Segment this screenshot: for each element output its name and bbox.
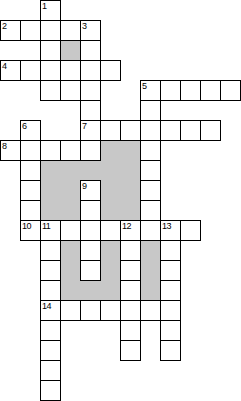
cell-r11c9[interactable] <box>180 220 201 241</box>
clue-number: 14 <box>42 301 51 311</box>
cell-r1c0[interactable]: 2 <box>0 20 21 41</box>
cell-r15c8[interactable] <box>160 300 181 321</box>
cell-r6c8[interactable] <box>160 120 181 141</box>
cell-r4c2[interactable] <box>40 80 61 101</box>
clue-number: 9 <box>82 181 87 191</box>
cell-r14c8[interactable] <box>160 280 181 301</box>
cell-r11c8[interactable]: 13 <box>160 220 181 241</box>
cell-r12c2[interactable] <box>40 240 61 261</box>
clue-number: 6 <box>22 121 27 131</box>
blocked-cell-r8c4 <box>80 160 101 181</box>
blocked-cell-r14c7 <box>140 280 161 301</box>
cell-r3c0[interactable]: 4 <box>0 60 21 81</box>
cell-r11c2[interactable]: 11 <box>40 220 61 241</box>
cell-r3c4[interactable] <box>80 60 101 81</box>
cell-r6c4[interactable]: 7 <box>80 120 101 141</box>
blocked-cell-r13c5 <box>100 260 121 281</box>
cell-r13c8[interactable] <box>160 260 181 281</box>
blocked-cell-r10c6 <box>120 200 141 221</box>
cell-r4c3[interactable] <box>60 80 81 101</box>
clue-number: 10 <box>22 221 31 231</box>
cell-r3c3[interactable] <box>60 60 81 81</box>
cell-r2c4[interactable] <box>80 40 101 61</box>
cell-r9c1[interactable] <box>20 180 41 201</box>
cell-r3c1[interactable] <box>20 60 41 81</box>
blocked-cell-r12c7 <box>140 240 161 261</box>
cell-r11c4[interactable] <box>80 220 101 241</box>
clue-number: 7 <box>82 121 87 131</box>
cell-r10c7[interactable] <box>140 200 161 221</box>
blocked-cell-r8c2 <box>40 160 61 181</box>
clue-number: 8 <box>2 141 7 151</box>
cell-r18c2[interactable] <box>40 360 61 381</box>
cell-r16c6[interactable] <box>120 320 141 341</box>
cell-r4c11[interactable] <box>220 80 241 101</box>
cell-r7c2[interactable] <box>40 140 61 161</box>
blocked-cell-r13c7 <box>140 260 161 281</box>
cell-r15c4[interactable] <box>80 300 101 321</box>
cell-r6c6[interactable] <box>120 120 141 141</box>
blocked-cell-r9c2 <box>40 180 61 201</box>
cell-r6c7[interactable] <box>140 120 161 141</box>
cell-r15c3[interactable] <box>60 300 81 321</box>
cell-r1c3[interactable] <box>60 20 81 41</box>
cell-r12c4[interactable] <box>80 240 101 261</box>
blocked-cell-r8c6 <box>120 160 141 181</box>
blocked-cell-r2c3 <box>60 40 81 61</box>
cell-r14c6[interactable] <box>120 280 141 301</box>
cell-r4c4[interactable] <box>80 80 101 101</box>
cell-r1c1[interactable] <box>20 20 41 41</box>
cell-r7c0[interactable]: 8 <box>0 140 21 161</box>
cell-r11c3[interactable] <box>60 220 81 241</box>
cell-r17c2[interactable] <box>40 340 61 361</box>
clue-number: 13 <box>162 221 171 231</box>
cell-r19c2[interactable] <box>40 380 61 401</box>
cell-r12c6[interactable] <box>120 240 141 261</box>
clue-number: 4 <box>2 61 7 71</box>
cell-r7c1[interactable] <box>20 140 41 161</box>
cell-r7c4[interactable] <box>80 140 101 161</box>
cell-r1c2[interactable] <box>40 20 61 41</box>
blocked-cell-r9c6 <box>120 180 141 201</box>
cell-r2c2[interactable] <box>40 40 61 61</box>
blocked-cell-r9c5 <box>100 180 121 201</box>
crossword-board: 1234567891011121314 <box>0 0 241 401</box>
clue-number: 1 <box>42 1 47 11</box>
cell-r14c2[interactable] <box>40 280 61 301</box>
cell-r4c8[interactable] <box>160 80 181 101</box>
cell-r10c1[interactable] <box>20 200 41 221</box>
blocked-cell-r14c3 <box>60 280 81 301</box>
cell-r6c9[interactable] <box>180 120 201 141</box>
clue-number: 3 <box>82 21 87 31</box>
cell-r15c2[interactable]: 14 <box>40 300 61 321</box>
cell-r6c10[interactable] <box>200 120 221 141</box>
blocked-cell-r7c6 <box>120 140 141 161</box>
cell-r11c6[interactable]: 12 <box>120 220 141 241</box>
cell-r6c5[interactable] <box>100 120 121 141</box>
blocked-cell-r14c4 <box>80 280 101 301</box>
blocked-cell-r9c3 <box>60 180 81 201</box>
cell-r5c4[interactable] <box>80 100 101 121</box>
blocked-cell-r13c3 <box>60 260 81 281</box>
clue-number: 5 <box>142 81 147 91</box>
cell-r3c5[interactable] <box>100 60 121 81</box>
cell-r12c8[interactable] <box>160 240 181 261</box>
blocked-cell-r10c3 <box>60 200 81 221</box>
blocked-cell-r12c3 <box>60 240 81 261</box>
cell-r8c1[interactable] <box>20 160 41 181</box>
cell-r15c7[interactable] <box>140 300 161 321</box>
cell-r3c2[interactable] <box>40 60 61 81</box>
cell-r6c1[interactable]: 6 <box>20 120 41 141</box>
cell-r4c9[interactable] <box>180 80 201 101</box>
cell-r7c7[interactable] <box>140 140 161 161</box>
blocked-cell-r8c5 <box>100 160 121 181</box>
cell-r16c8[interactable] <box>160 320 181 341</box>
cell-r5c7[interactable] <box>140 100 161 121</box>
cell-r17c6[interactable] <box>120 340 141 361</box>
cell-r13c6[interactable] <box>120 260 141 281</box>
cell-r11c7[interactable] <box>140 220 161 241</box>
blocked-cell-r10c2 <box>40 200 61 221</box>
cell-r11c1[interactable]: 10 <box>20 220 41 241</box>
cell-r15c5[interactable] <box>100 300 121 321</box>
cell-r0c2[interactable]: 1 <box>40 0 61 21</box>
cell-r17c8[interactable] <box>160 340 181 361</box>
cell-r1c4[interactable]: 3 <box>80 20 101 41</box>
blocked-cell-r7c5 <box>100 140 121 161</box>
blocked-cell-r12c5 <box>100 240 121 261</box>
cell-r16c2[interactable] <box>40 320 61 341</box>
cell-r13c2[interactable] <box>40 260 61 281</box>
blocked-cell-r10c5 <box>100 200 121 221</box>
blocked-cell-r14c5 <box>100 280 121 301</box>
cell-r13c4[interactable] <box>80 260 101 281</box>
clue-number: 12 <box>122 221 131 231</box>
cell-r7c3[interactable] <box>60 140 81 161</box>
cell-r8c7[interactable] <box>140 160 161 181</box>
cell-r9c4[interactable]: 9 <box>80 180 101 201</box>
cell-r11c5[interactable] <box>100 220 121 241</box>
cell-r4c10[interactable] <box>200 80 221 101</box>
clue-number: 11 <box>42 221 50 231</box>
clue-number: 2 <box>2 21 7 31</box>
cell-r9c7[interactable] <box>140 180 161 201</box>
cell-r15c6[interactable] <box>120 300 141 321</box>
blocked-cell-r8c3 <box>60 160 81 181</box>
cell-r4c7[interactable]: 5 <box>140 80 161 101</box>
cell-r10c4[interactable] <box>80 200 101 221</box>
